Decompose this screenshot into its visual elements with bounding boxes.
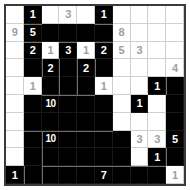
- cell-r7c3[interactable]: [42, 113, 60, 131]
- cell-r9c4[interactable]: [59, 148, 77, 166]
- cell-r2c7[interactable]: 8: [113, 24, 131, 42]
- cell-r2c3[interactable]: [42, 24, 60, 42]
- cell-r2c9[interactable]: [148, 24, 166, 42]
- cell-r7c9[interactable]: [148, 113, 166, 131]
- cell-r8c4[interactable]: [59, 131, 77, 149]
- cell-r5c2[interactable]: 1: [24, 77, 42, 95]
- cell-r4c2[interactable]: [24, 59, 42, 77]
- cell-r7c6[interactable]: [95, 113, 113, 131]
- cell-r1c3[interactable]: [42, 6, 60, 24]
- cell-r1c2[interactable]: 1: [24, 6, 42, 24]
- cell-r6c9[interactable]: [148, 95, 166, 113]
- cell-r10c1[interactable]: 1: [6, 166, 24, 184]
- cell-r8c3[interactable]: 10: [42, 131, 60, 149]
- cell-r8c1[interactable]: [6, 131, 24, 149]
- cell-r3c2[interactable]: 2: [24, 42, 42, 60]
- cell-r1c1[interactable]: [6, 6, 24, 24]
- cell-r5c9[interactable]: 1: [148, 77, 166, 95]
- cell-r5c7[interactable]: [113, 77, 131, 95]
- cell-r2c1[interactable]: 9: [6, 24, 24, 42]
- cell-r4c3[interactable]: 2: [42, 59, 60, 77]
- cell-r7c2[interactable]: [24, 113, 42, 131]
- cell-r10c8[interactable]: [131, 166, 149, 184]
- cell-r10c3[interactable]: [42, 166, 60, 184]
- cell-r8c8[interactable]: 3: [131, 131, 149, 149]
- cell-r4c7[interactable]: [113, 59, 131, 77]
- cell-r10c9[interactable]: [148, 166, 166, 184]
- cell-r10c10[interactable]: 1: [166, 166, 184, 184]
- cell-r3c7[interactable]: 5: [113, 42, 131, 60]
- cell-r3c4[interactable]: 3: [59, 42, 77, 60]
- cell-r3c9[interactable]: [148, 42, 166, 60]
- cell-r2c6[interactable]: [95, 24, 113, 42]
- cell-r4c9[interactable]: [148, 59, 166, 77]
- cell-r9c9[interactable]: 1: [148, 148, 166, 166]
- cell-r4c10[interactable]: 4: [166, 59, 184, 77]
- cell-r3c10[interactable]: [166, 42, 184, 60]
- cell-r5c6[interactable]: 1: [95, 77, 113, 95]
- cell-r6c10[interactable]: [166, 95, 184, 113]
- puzzle-board: 1319582131253224111101103351171: [4, 4, 186, 186]
- cell-r9c6[interactable]: [95, 148, 113, 166]
- cell-r6c4[interactable]: [59, 95, 77, 113]
- cell-r5c10[interactable]: [166, 77, 184, 95]
- cell-r5c4[interactable]: [59, 77, 77, 95]
- cell-r7c10[interactable]: [166, 113, 184, 131]
- cell-r10c7[interactable]: [113, 166, 131, 184]
- cell-r8c7[interactable]: [113, 131, 131, 149]
- cell-r8c6[interactable]: [95, 131, 113, 149]
- cell-r1c9[interactable]: [148, 6, 166, 24]
- cell-r1c6[interactable]: 1: [95, 6, 113, 24]
- cell-r9c3[interactable]: [42, 148, 60, 166]
- cell-r6c6[interactable]: [95, 95, 113, 113]
- cell-r2c2[interactable]: 5: [24, 24, 42, 42]
- cell-r8c5[interactable]: [77, 131, 95, 149]
- cell-r2c8[interactable]: [131, 24, 149, 42]
- cell-r3c3[interactable]: 1: [42, 42, 60, 60]
- cell-r6c1[interactable]: [6, 95, 24, 113]
- cell-r7c4[interactable]: [59, 113, 77, 131]
- cell-r4c5[interactable]: 2: [77, 59, 95, 77]
- cell-r9c5[interactable]: [77, 148, 95, 166]
- cell-r9c10[interactable]: [166, 148, 184, 166]
- cell-r9c2[interactable]: [24, 148, 42, 166]
- cell-r8c9[interactable]: 3: [148, 131, 166, 149]
- cell-r2c4[interactable]: [59, 24, 77, 42]
- cell-r1c7[interactable]: [113, 6, 131, 24]
- cell-r7c5[interactable]: [77, 113, 95, 131]
- cell-r6c7[interactable]: [113, 95, 131, 113]
- cell-r6c8[interactable]: 1: [131, 95, 149, 113]
- cell-r5c8[interactable]: [131, 77, 149, 95]
- cell-r5c5[interactable]: [77, 77, 95, 95]
- cell-r1c5[interactable]: [77, 6, 95, 24]
- cell-r4c4[interactable]: [59, 59, 77, 77]
- cell-r1c10[interactable]: [166, 6, 184, 24]
- cell-r6c5[interactable]: [77, 95, 95, 113]
- cell-r9c8[interactable]: [131, 148, 149, 166]
- cell-r10c4[interactable]: [59, 166, 77, 184]
- cell-r9c7[interactable]: [113, 148, 131, 166]
- cell-r4c6[interactable]: [95, 59, 113, 77]
- cell-r6c2[interactable]: [24, 95, 42, 113]
- cell-r9c1[interactable]: [6, 148, 24, 166]
- cell-r10c2[interactable]: [24, 166, 42, 184]
- cell-r7c8[interactable]: [131, 113, 149, 131]
- cell-r1c4[interactable]: 3: [59, 6, 77, 24]
- cell-r7c7[interactable]: [113, 113, 131, 131]
- cell-r2c10[interactable]: [166, 24, 184, 42]
- cell-r10c5[interactable]: [77, 166, 95, 184]
- cell-r6c3[interactable]: 10: [42, 95, 60, 113]
- cell-r8c2[interactable]: [24, 131, 42, 149]
- cell-r10c6[interactable]: 7: [95, 166, 113, 184]
- cell-r3c8[interactable]: 3: [131, 42, 149, 60]
- cell-r5c3[interactable]: [42, 77, 60, 95]
- cell-r1c8[interactable]: [131, 6, 149, 24]
- cell-r2c5[interactable]: [77, 24, 95, 42]
- cell-r5c1[interactable]: [6, 77, 24, 95]
- cell-r3c5[interactable]: 1: [77, 42, 95, 60]
- cell-r4c8[interactable]: [131, 59, 149, 77]
- cell-r7c1[interactable]: [6, 113, 24, 131]
- cell-r8c10[interactable]: 5: [166, 131, 184, 149]
- cell-r3c6[interactable]: 2: [95, 42, 113, 60]
- cell-r4c1[interactable]: [6, 59, 24, 77]
- puzzle-screen: 1319582131253224111101103351171: [0, 0, 190, 190]
- cell-r3c1[interactable]: [6, 42, 24, 60]
